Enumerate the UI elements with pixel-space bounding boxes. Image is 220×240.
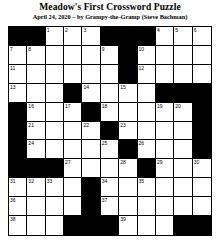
cell-r6c7[interactable]: 23 [119, 122, 137, 141]
cell-r4c3[interactable] [46, 84, 64, 103]
black-cell-r6c1 [9, 122, 27, 141]
cell-r2c11[interactable] [193, 46, 211, 65]
cell-r4c2[interactable] [27, 84, 45, 103]
clue-number: 6 [194, 27, 197, 33]
cell-r2c9[interactable] [156, 46, 174, 65]
cell-r8c7[interactable]: 28 [119, 159, 137, 178]
clue-number: 10 [139, 46, 145, 52]
black-cell-r9c5 [82, 178, 100, 197]
clue-number: 12 [139, 65, 145, 71]
cell-r4c7[interactable]: 15 [119, 84, 137, 103]
cell-r10c11[interactable] [193, 197, 211, 216]
black-cell-r11c5 [82, 216, 100, 235]
cell-r6c9[interactable] [156, 122, 174, 141]
black-cell-r11c4 [64, 216, 82, 235]
cell-r6c3[interactable] [46, 122, 64, 141]
cell-r7c8[interactable]: 26 [138, 140, 156, 159]
clue-number: 17 [65, 103, 71, 109]
clue-number: 8 [28, 46, 31, 52]
cell-r10c6[interactable]: 37 [101, 197, 119, 216]
cell-r10c10[interactable] [174, 197, 192, 216]
cell-r4c5[interactable]: 14 [82, 84, 100, 103]
cell-r1c9[interactable]: 4 [156, 27, 174, 46]
cell-r6c8[interactable] [138, 122, 156, 141]
cell-r5c7[interactable] [119, 103, 137, 122]
cell-r6c2[interactable]: 21 [27, 122, 45, 141]
cell-r1c4[interactable]: 2 [64, 27, 82, 46]
black-cell-r8c1 [9, 159, 27, 178]
cell-r5c6[interactable]: 18 [101, 103, 119, 122]
black-cell-r10c5 [82, 197, 100, 216]
cell-r7c5[interactable] [82, 140, 100, 159]
clue-number: 24 [28, 140, 34, 146]
cell-r10c9[interactable] [156, 197, 174, 216]
clue-number: 1 [47, 27, 50, 33]
clue-number: 27 [65, 159, 71, 165]
cell-r3c1[interactable]: 11 [9, 65, 27, 84]
black-cell-r5c11 [193, 103, 211, 122]
cell-r5c4[interactable]: 17 [64, 103, 82, 122]
cell-r1c11[interactable]: 6 [193, 27, 211, 46]
cell-r2c6[interactable]: 9 [101, 46, 119, 65]
cell-r11c8[interactable] [138, 216, 156, 235]
cell-r8c11[interactable]: 30 [193, 159, 211, 178]
clue-number: 25 [102, 140, 108, 146]
clue-number: 19 [157, 103, 163, 109]
cell-r2c3[interactable] [46, 46, 64, 65]
cell-r11c9[interactable] [156, 216, 174, 235]
clue-number: 33 [47, 178, 53, 184]
cell-r9c2[interactable]: 32 [27, 178, 45, 197]
cell-r3c5[interactable] [82, 65, 100, 84]
cell-r11c7[interactable]: 39 [119, 216, 137, 235]
cell-r10c1[interactable]: 36 [9, 197, 27, 216]
black-cell-r1c1 [9, 27, 27, 46]
cell-r1c3[interactable]: 1 [46, 27, 64, 46]
clue-number: 22 [83, 122, 89, 128]
cell-r3c11[interactable] [193, 65, 211, 84]
clue-number: 20 [175, 103, 181, 109]
cell-r8c9[interactable]: 29 [156, 159, 174, 178]
black-cell-r6c6 [101, 122, 119, 141]
cell-r8c6[interactable] [101, 159, 119, 178]
clue-number: 30 [194, 159, 200, 165]
cell-r1c10[interactable]: 5 [174, 27, 192, 46]
black-cell-r8c8 [138, 159, 156, 178]
cell-r10c4[interactable] [64, 197, 82, 216]
black-cell-r7c1 [9, 140, 27, 159]
cell-r10c2[interactable] [27, 197, 45, 216]
black-cell-r11c11 [193, 216, 211, 235]
cell-r3c6[interactable] [101, 65, 119, 84]
cell-r7c9[interactable] [156, 140, 174, 159]
cell-r7c2[interactable]: 24 [27, 140, 45, 159]
cell-r6c4[interactable] [64, 122, 82, 141]
clue-number: 4 [157, 27, 160, 33]
clue-number: 7 [10, 46, 13, 52]
cell-r11c1[interactable]: 38 [9, 216, 27, 235]
cell-r5c10[interactable]: 20 [174, 103, 192, 122]
black-cell-r1c6 [101, 27, 119, 46]
cell-r4c8[interactable] [138, 84, 156, 103]
cell-r9c8[interactable]: 35 [138, 178, 156, 197]
cell-r3c9[interactable] [156, 65, 174, 84]
clue-number: 11 [10, 65, 15, 71]
black-cell-r5c5 [82, 103, 100, 122]
clue-number: 23 [120, 122, 126, 128]
black-cell-r8c2 [27, 159, 45, 178]
cell-r2c4[interactable] [64, 46, 82, 65]
cell-r3c8[interactable]: 12 [138, 65, 156, 84]
cell-r11c2[interactable] [27, 216, 45, 235]
cell-r2c1[interactable]: 7 [9, 46, 27, 65]
black-cell-r1c7 [119, 27, 137, 46]
cell-r8c4[interactable]: 27 [64, 159, 82, 178]
cell-r8c10[interactable] [174, 159, 192, 178]
clue-number: 18 [102, 103, 108, 109]
cell-r3c3[interactable] [46, 65, 64, 84]
clue-number: 3 [83, 27, 86, 33]
clue-number: 13 [10, 84, 16, 90]
cell-r9c11[interactable] [193, 178, 211, 197]
black-cell-r3c7 [119, 65, 137, 84]
cell-r7c10[interactable] [174, 140, 192, 159]
puzzle-header: Meadow's First Crossword Puzzle April 24… [0, 2, 220, 21]
cell-r9c10[interactable] [174, 178, 192, 197]
cell-r1c5[interactable]: 3 [82, 27, 100, 46]
cell-r8c5[interactable] [82, 159, 100, 178]
cell-r9c9[interactable] [156, 178, 174, 197]
black-cell-r7c7 [119, 140, 137, 159]
cell-r2c2[interactable]: 8 [27, 46, 45, 65]
black-cell-r7c11 [193, 140, 211, 159]
clue-number: 15 [120, 84, 126, 90]
cell-r5c9[interactable]: 19 [156, 103, 174, 122]
clue-number: 16 [28, 103, 34, 109]
cell-r9c7[interactable] [119, 178, 137, 197]
crossword-grid: 1234567891011121314151617181920212223242… [8, 26, 212, 236]
clue-number: 37 [102, 197, 108, 203]
cell-r10c3[interactable] [46, 197, 64, 216]
black-cell-r1c8 [138, 27, 156, 46]
black-cell-r6c11 [193, 122, 211, 141]
clue-number: 32 [28, 178, 34, 184]
cell-r11c3[interactable] [46, 216, 64, 235]
clue-number: 29 [157, 159, 163, 165]
puzzle-byline: April 24, 2020 – by Grampy-the-Gramp (St… [0, 13, 220, 21]
black-cell-r2c7 [119, 46, 137, 65]
black-cell-r4c4 [64, 84, 82, 103]
clue-number: 31 [10, 178, 16, 184]
cell-r2c8[interactable]: 10 [138, 46, 156, 65]
cell-r9c1[interactable]: 31 [9, 178, 27, 197]
puzzle-title: Meadow's First Crossword Puzzle [0, 2, 220, 13]
cell-r9c4[interactable] [64, 178, 82, 197]
black-cell-r1c2 [27, 27, 45, 46]
cell-r3c2[interactable] [27, 65, 45, 84]
cell-r9c3[interactable]: 33 [46, 178, 64, 197]
black-cell-r4c11 [193, 84, 211, 103]
black-cell-r5c1 [9, 103, 27, 122]
cell-r4c6[interactable] [101, 84, 119, 103]
cell-r5c3[interactable] [46, 103, 64, 122]
black-cell-r11c6 [101, 216, 119, 235]
clue-number: 28 [120, 159, 126, 165]
black-cell-r4c10 [174, 84, 192, 103]
cell-r6c5[interactable]: 22 [82, 122, 100, 141]
cell-r10c8[interactable] [138, 197, 156, 216]
clue-number: 5 [175, 27, 178, 33]
cell-r2c10[interactable] [174, 46, 192, 65]
cell-r5c2[interactable]: 16 [27, 103, 45, 122]
cell-r3c10[interactable] [174, 65, 192, 84]
clue-number: 38 [10, 216, 16, 222]
clue-number: 36 [10, 197, 16, 203]
cell-r7c6[interactable]: 25 [101, 140, 119, 159]
cell-r4c1[interactable]: 13 [9, 84, 27, 103]
cell-r5c8[interactable] [138, 103, 156, 122]
cell-r6c10[interactable] [174, 122, 192, 141]
cell-r2c5[interactable] [82, 46, 100, 65]
black-cell-r8c3 [46, 159, 64, 178]
cell-r7c4[interactable] [64, 140, 82, 159]
cell-r9c6[interactable]: 34 [101, 178, 119, 197]
clue-number: 2 [65, 27, 68, 33]
clue-number: 14 [83, 84, 89, 90]
black-cell-r4c9 [156, 84, 174, 103]
cell-r10c7[interactable] [119, 197, 137, 216]
clue-number: 9 [102, 46, 105, 52]
clue-number: 26 [139, 140, 145, 146]
clue-number: 21 [28, 122, 34, 128]
clue-number: 34 [102, 178, 108, 184]
black-cell-r11c10 [174, 216, 192, 235]
clue-number: 39 [120, 216, 126, 222]
clue-number: 35 [139, 178, 145, 184]
cell-r3c4[interactable] [64, 65, 82, 84]
cell-r7c3[interactable] [46, 140, 64, 159]
